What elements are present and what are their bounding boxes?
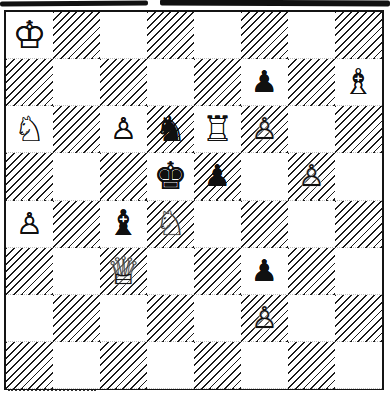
square-c5[interactable]: [100, 153, 147, 200]
square-e7[interactable]: [194, 59, 241, 106]
square-f4[interactable]: [241, 201, 288, 248]
square-c3[interactable]: ♕: [100, 248, 147, 295]
white-knight-d4: ♘: [155, 206, 186, 241]
square-e1[interactable]: [194, 342, 241, 389]
square-a8[interactable]: ♔: [6, 12, 53, 59]
square-b2[interactable]: [53, 295, 100, 342]
square-g6[interactable]: [288, 106, 335, 153]
white-pawn-g5: ♙: [298, 161, 325, 191]
square-g3[interactable]: [288, 248, 335, 295]
square-d4[interactable]: ♘: [147, 201, 194, 248]
square-b5[interactable]: [53, 153, 100, 200]
square-f3[interactable]: ♟: [241, 248, 288, 295]
square-a1[interactable]: [6, 342, 53, 389]
scanned-chess-diagram: ♔♟♗♘♙♞♖♙♚♟♙♙♝♘♕♟♙: [0, 0, 390, 393]
white-knight-a6: ♘: [14, 112, 45, 147]
square-g5[interactable]: ♙: [288, 153, 335, 200]
white-bishop-h7: ♗: [343, 65, 374, 100]
board-frame: ♔♟♗♘♙♞♖♙♚♟♙♙♝♘♕♟♙: [4, 10, 384, 390]
square-f8[interactable]: [241, 12, 288, 59]
square-f5[interactable]: [241, 153, 288, 200]
square-h2[interactable]: [335, 295, 382, 342]
square-e8[interactable]: [194, 12, 241, 59]
square-e4[interactable]: [194, 201, 241, 248]
square-a6[interactable]: ♘: [6, 106, 53, 153]
white-pawn-a4: ♙: [16, 209, 43, 239]
square-d2[interactable]: [147, 295, 194, 342]
square-b1[interactable]: [53, 342, 100, 389]
square-f1[interactable]: [241, 342, 288, 389]
square-b3[interactable]: [53, 248, 100, 295]
square-b4[interactable]: [53, 201, 100, 248]
square-a2[interactable]: [6, 295, 53, 342]
white-queen-c3: ♕: [106, 252, 140, 290]
white-pawn-f6: ♙: [251, 114, 278, 144]
square-c4[interactable]: ♝: [100, 201, 147, 248]
black-pawn-e5: ♟: [204, 161, 231, 191]
chessboard: ♔♟♗♘♙♞♖♙♚♟♙♙♝♘♕♟♙: [6, 12, 382, 389]
square-g2[interactable]: [288, 295, 335, 342]
square-b8[interactable]: [53, 12, 100, 59]
square-h3[interactable]: [335, 248, 382, 295]
square-c2[interactable]: [100, 295, 147, 342]
square-e5[interactable]: ♟: [194, 153, 241, 200]
square-d7[interactable]: [147, 59, 194, 106]
square-c6[interactable]: ♙: [100, 106, 147, 153]
square-a3[interactable]: [6, 248, 53, 295]
black-bishop-c4: ♝: [108, 206, 139, 241]
print-artifact-top-bar-right: [160, 0, 390, 7]
square-f6[interactable]: ♙: [241, 106, 288, 153]
square-g7[interactable]: [288, 59, 335, 106]
black-pawn-f3: ♟: [251, 256, 278, 286]
black-knight-d6: ♞: [155, 112, 186, 147]
square-a5[interactable]: [6, 153, 53, 200]
square-d5[interactable]: ♚: [147, 153, 194, 200]
square-d1[interactable]: [147, 342, 194, 389]
black-pawn-f7: ♟: [251, 67, 278, 97]
square-h8[interactable]: [335, 12, 382, 59]
square-b7[interactable]: [53, 59, 100, 106]
square-a7[interactable]: [6, 59, 53, 106]
square-g4[interactable]: [288, 201, 335, 248]
square-h7[interactable]: ♗: [335, 59, 382, 106]
square-f2[interactable]: ♙: [241, 295, 288, 342]
black-king-d5: ♚: [153, 157, 187, 195]
square-b6[interactable]: [53, 106, 100, 153]
square-h4[interactable]: [335, 201, 382, 248]
square-d6[interactable]: ♞: [147, 106, 194, 153]
white-rook-e6: ♖: [202, 112, 233, 147]
square-c1[interactable]: [100, 342, 147, 389]
square-g1[interactable]: [288, 342, 335, 389]
square-h6[interactable]: [335, 106, 382, 153]
square-f7[interactable]: ♟: [241, 59, 288, 106]
white-pawn-c6: ♙: [110, 114, 137, 144]
square-e6[interactable]: ♖: [194, 106, 241, 153]
square-d3[interactable]: [147, 248, 194, 295]
square-h5[interactable]: [335, 153, 382, 200]
square-e2[interactable]: [194, 295, 241, 342]
square-d8[interactable]: [147, 12, 194, 59]
square-h1[interactable]: [335, 342, 382, 389]
square-e3[interactable]: [194, 248, 241, 295]
white-pawn-f2: ♙: [251, 303, 278, 333]
square-g8[interactable]: [288, 12, 335, 59]
square-a4[interactable]: ♙: [6, 201, 53, 248]
square-c8[interactable]: [100, 12, 147, 59]
square-c7[interactable]: [100, 59, 147, 106]
print-artifact-top-bar-left: [0, 0, 148, 6]
white-king-a8: ♔: [12, 16, 46, 54]
